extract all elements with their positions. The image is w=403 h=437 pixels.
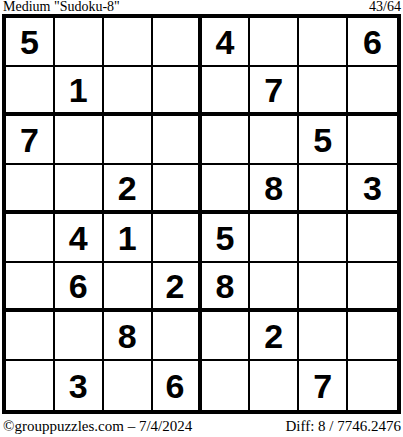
cell-r7c5[interactable] <box>202 312 251 361</box>
cell-r5c4[interactable] <box>153 214 202 263</box>
sudoku-board: 546177528341562882367 <box>2 14 401 414</box>
cell-r5c2: 4 <box>55 214 104 263</box>
cell-r4c5[interactable] <box>202 165 251 214</box>
cell-r7c7[interactable] <box>299 312 348 361</box>
cell-r3c8[interactable] <box>348 116 397 165</box>
cell-r2c3[interactable] <box>104 67 153 116</box>
cell-r2c8[interactable] <box>348 67 397 116</box>
cell-r5c8[interactable] <box>348 214 397 263</box>
cell-r1c6[interactable] <box>250 18 299 67</box>
progress-counter: 43/64 <box>369 0 401 14</box>
cell-r4c4[interactable] <box>153 165 202 214</box>
cell-r5c7[interactable] <box>299 214 348 263</box>
cell-r4c3: 2 <box>104 165 153 214</box>
cell-r1c4[interactable] <box>153 18 202 67</box>
cell-r3c5[interactable] <box>202 116 251 165</box>
cell-r3c7: 5 <box>299 116 348 165</box>
cell-r1c2[interactable] <box>55 18 104 67</box>
cell-r8c6[interactable] <box>250 361 299 410</box>
cell-r7c8[interactable] <box>348 312 397 361</box>
difficulty-text: Diff: 8 / 7746.2476 <box>285 418 401 434</box>
cell-r8c8[interactable] <box>348 361 397 410</box>
cell-r5c1[interactable] <box>6 214 55 263</box>
cell-r7c6: 2 <box>250 312 299 361</box>
cell-r4c6: 8 <box>250 165 299 214</box>
cell-r1c7[interactable] <box>299 18 348 67</box>
cell-r6c2: 6 <box>55 263 104 312</box>
cell-r4c2[interactable] <box>55 165 104 214</box>
cell-r6c7[interactable] <box>299 263 348 312</box>
cell-r4c1[interactable] <box>6 165 55 214</box>
cell-r8c2: 3 <box>55 361 104 410</box>
cell-r3c1: 7 <box>6 116 55 165</box>
cell-r3c3[interactable] <box>104 116 153 165</box>
footer-bar: ©grouppuzzles.com – 7/4/2024 Diff: 8 / 7… <box>3 418 401 434</box>
cell-r7c2[interactable] <box>55 312 104 361</box>
cell-r6c4: 2 <box>153 263 202 312</box>
cell-r3c4[interactable] <box>153 116 202 165</box>
cell-r1c5: 4 <box>202 18 251 67</box>
cell-r3c6[interactable] <box>250 116 299 165</box>
cell-r3c2[interactable] <box>55 116 104 165</box>
cell-r7c1[interactable] <box>6 312 55 361</box>
cell-r2c2: 1 <box>55 67 104 116</box>
cell-r5c5: 5 <box>202 214 251 263</box>
cell-r1c3[interactable] <box>104 18 153 67</box>
cell-r8c7: 7 <box>299 361 348 410</box>
cell-r2c6: 7 <box>250 67 299 116</box>
cell-r7c4[interactable] <box>153 312 202 361</box>
cell-r1c8: 6 <box>348 18 397 67</box>
copyright-text: ©grouppuzzles.com – 7/4/2024 <box>3 418 192 434</box>
cell-r1c1: 5 <box>6 18 55 67</box>
cell-r2c7[interactable] <box>299 67 348 116</box>
cell-r5c6[interactable] <box>250 214 299 263</box>
cell-r6c3[interactable] <box>104 263 153 312</box>
cell-r2c4[interactable] <box>153 67 202 116</box>
cell-r4c7[interactable] <box>299 165 348 214</box>
cell-r5c3: 1 <box>104 214 153 263</box>
cell-r6c1[interactable] <box>6 263 55 312</box>
cell-r2c1[interactable] <box>6 67 55 116</box>
cell-r6c6[interactable] <box>250 263 299 312</box>
puzzle-title: Medium "Sudoku-8" <box>3 0 120 14</box>
cell-r8c3[interactable] <box>104 361 153 410</box>
cell-r6c8[interactable] <box>348 263 397 312</box>
cell-r7c3: 8 <box>104 312 153 361</box>
cell-r8c4: 6 <box>153 361 202 410</box>
cell-r8c5[interactable] <box>202 361 251 410</box>
cell-r8c1[interactable] <box>6 361 55 410</box>
cell-r6c5: 8 <box>202 263 251 312</box>
cell-r2c5[interactable] <box>202 67 251 116</box>
cell-r4c8: 3 <box>348 165 397 214</box>
header-bar: Medium "Sudoku-8" 43/64 <box>3 0 401 14</box>
